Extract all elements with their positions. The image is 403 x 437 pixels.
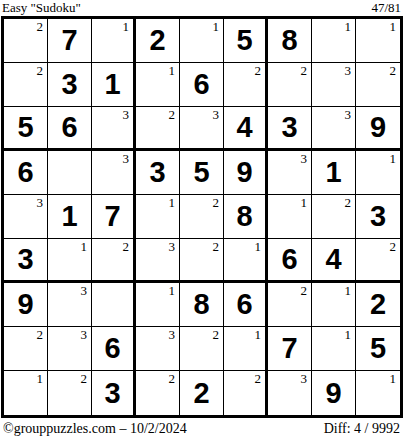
cell-r8c2[interactable]: 3: [48, 327, 92, 371]
cell-r9c6[interactable]: 2: [224, 371, 268, 415]
cell-r4c4[interactable]: 3: [136, 151, 180, 195]
cell-r2c8[interactable]: 3: [312, 63, 356, 107]
cell-r7c8[interactable]: 1: [312, 283, 356, 327]
pencil-mark: 1: [213, 19, 220, 34]
given-digit: 5: [370, 334, 386, 363]
given-digit: 1: [104, 70, 120, 99]
pencil-mark: 2: [169, 107, 176, 122]
pencil-mark: 3: [301, 151, 308, 166]
given-digit: 9: [370, 113, 386, 142]
given-digit: 2: [193, 379, 209, 408]
given-digit: 8: [236, 202, 252, 231]
cell-r3c9[interactable]: 9: [356, 107, 400, 151]
pencil-mark: 2: [123, 239, 130, 254]
given-digit: 3: [17, 245, 33, 274]
given-digit: 3: [149, 158, 165, 187]
cell-r1c2[interactable]: 7: [48, 19, 92, 63]
cell-r4c5[interactable]: 5: [180, 151, 224, 195]
cell-r8c8[interactable]: 1: [312, 327, 356, 371]
given-digit: 6: [61, 113, 77, 142]
pencil-mark: 1: [169, 283, 176, 298]
cell-r3c7[interactable]: 3: [268, 107, 312, 151]
pencil-mark: 2: [169, 371, 176, 386]
remaining-counter: 47/81: [371, 1, 401, 15]
given-digit: 5: [193, 158, 209, 187]
cell-r6c6[interactable]: 1: [224, 239, 268, 283]
pencil-mark: 2: [301, 63, 308, 78]
pencil-mark: 1: [301, 195, 308, 210]
cell-r8c3[interactable]: 6: [92, 327, 136, 371]
cell-r2c6[interactable]: 2: [224, 63, 268, 107]
copyright-date: ©grouppuzzles.com – 10/2/2024: [3, 421, 187, 436]
cell-r6c3[interactable]: 2: [92, 239, 136, 283]
pencil-mark: 2: [390, 63, 397, 78]
pencil-mark: 3: [169, 327, 176, 342]
pencil-mark: 3: [345, 63, 352, 78]
given-digit: 9: [236, 158, 252, 187]
header: Easy "Sudoku" 47/81: [0, 0, 403, 16]
pencil-mark: 2: [390, 239, 397, 254]
sudoku-board: 2712158112311622325632343396335931131712…: [1, 16, 403, 418]
given-digit: 9: [17, 290, 33, 319]
given-digit: 2: [149, 26, 165, 55]
cell-r3c8[interactable]: 3: [312, 107, 356, 151]
cell-r6c7[interactable]: 6: [268, 239, 312, 283]
cell-r7c2[interactable]: 3: [48, 283, 92, 327]
given-digit: 6: [104, 334, 120, 363]
pencil-mark: 1: [345, 327, 352, 342]
cell-r6c1[interactable]: 3: [4, 239, 48, 283]
pencil-mark: 2: [213, 239, 220, 254]
given-digit: 9: [325, 379, 341, 408]
pencil-mark: 1: [345, 283, 352, 298]
pencil-mark: 3: [301, 371, 308, 386]
difficulty-label: Diff: 4 / 9992: [324, 421, 400, 436]
cell-r5c1[interactable]: 3: [4, 195, 48, 239]
cell-r5c3[interactable]: 7: [92, 195, 136, 239]
cell-r6c2[interactable]: 1: [48, 239, 92, 283]
pencil-mark: 2: [37, 19, 44, 34]
cell-r1c3[interactable]: 1: [92, 19, 136, 63]
pencil-mark: 1: [390, 19, 397, 34]
cell-r5c2[interactable]: 1: [48, 195, 92, 239]
given-digit: 4: [325, 245, 341, 274]
cell-r6c4[interactable]: 3: [136, 239, 180, 283]
pencil-mark: 3: [81, 283, 88, 298]
pencil-mark: 1: [255, 327, 262, 342]
cell-r1c9[interactable]: 1: [356, 19, 400, 63]
cell-r7c1[interactable]: 9: [4, 283, 48, 327]
pencil-mark: 1: [169, 195, 176, 210]
cell-r9c7[interactable]: 3: [268, 371, 312, 415]
cell-r4c3[interactable]: 3: [92, 151, 136, 195]
given-digit: 2: [370, 290, 386, 319]
cell-r4c2[interactable]: [48, 151, 92, 195]
pencil-mark: 1: [390, 371, 397, 386]
cell-r2c5[interactable]: 6: [180, 63, 224, 107]
cell-r4c7[interactable]: 3: [268, 151, 312, 195]
cell-r3c4[interactable]: 2: [136, 107, 180, 151]
cell-r6c5[interactable]: 2: [180, 239, 224, 283]
cell-r4c9[interactable]: 1: [356, 151, 400, 195]
given-digit: 6: [236, 290, 252, 319]
given-digit: 7: [61, 26, 77, 55]
pencil-mark: 2: [213, 195, 220, 210]
cell-r3c2[interactable]: 6: [48, 107, 92, 151]
cell-r9c3[interactable]: 3: [92, 371, 136, 415]
puzzle-title: Easy "Sudoku": [2, 1, 81, 15]
pencil-mark: 3: [123, 107, 130, 122]
pencil-mark: 2: [301, 283, 308, 298]
cell-r7c5[interactable]: 8: [180, 283, 224, 327]
pencil-mark: 1: [123, 19, 130, 34]
cell-r5c5[interactable]: 2: [180, 195, 224, 239]
cell-r3c1[interactable]: 5: [4, 107, 48, 151]
cell-r2c2[interactable]: 3: [48, 63, 92, 107]
cell-r7c4[interactable]: 1: [136, 283, 180, 327]
cell-r1c8[interactable]: 1: [312, 19, 356, 63]
cell-r9c8[interactable]: 9: [312, 371, 356, 415]
cell-r9c2[interactable]: 2: [48, 371, 92, 415]
cell-r8c4[interactable]: 3: [136, 327, 180, 371]
cell-r9c1[interactable]: 1: [4, 371, 48, 415]
given-digit: 8: [193, 290, 209, 319]
given-digit: 5: [17, 113, 33, 142]
pencil-mark: 1: [169, 63, 176, 78]
cell-r5c4[interactable]: 1: [136, 195, 180, 239]
cell-r8c7[interactable]: 7: [268, 327, 312, 371]
cell-r1c6[interactable]: 5: [224, 19, 268, 63]
given-digit: 7: [104, 202, 120, 231]
given-digit: 6: [281, 245, 297, 274]
pencil-mark: 1: [37, 371, 44, 386]
pencil-mark: 2: [81, 371, 88, 386]
pencil-mark: 1: [345, 19, 352, 34]
given-digit: 4: [236, 113, 252, 142]
given-digit: 5: [236, 26, 252, 55]
cell-r5c9[interactable]: 3: [356, 195, 400, 239]
pencil-mark: 1: [255, 239, 262, 254]
footer: ©grouppuzzles.com – 10/2/2024 Diff: 4 / …: [0, 418, 403, 436]
cell-r3c5[interactable]: 3: [180, 107, 224, 151]
cell-r2c9[interactable]: 2: [356, 63, 400, 107]
given-digit: 6: [193, 70, 209, 99]
pencil-mark: 3: [169, 239, 176, 254]
pencil-mark: 2: [255, 63, 262, 78]
cell-r2c1[interactable]: 2: [4, 63, 48, 107]
cell-r1c4[interactable]: 2: [136, 19, 180, 63]
pencil-mark: 1: [390, 151, 397, 166]
cell-r8c5[interactable]: 2: [180, 327, 224, 371]
cell-r7c9[interactable]: 2: [356, 283, 400, 327]
cell-r1c7[interactable]: 8: [268, 19, 312, 63]
cell-r2c7[interactable]: 2: [268, 63, 312, 107]
given-digit: 6: [17, 158, 33, 187]
given-digit: 3: [370, 202, 386, 231]
given-digit: 3: [104, 379, 120, 408]
cell-r3c3[interactable]: 3: [92, 107, 136, 151]
cell-r7c6[interactable]: 6: [224, 283, 268, 327]
pencil-mark: 3: [123, 151, 130, 166]
cell-r1c1[interactable]: 2: [4, 19, 48, 63]
cell-r4c1[interactable]: 6: [4, 151, 48, 195]
cell-r4c6[interactable]: 9: [224, 151, 268, 195]
given-digit: 3: [61, 70, 77, 99]
pencil-mark: 3: [345, 107, 352, 122]
pencil-mark: 1: [81, 239, 88, 254]
pencil-mark: 3: [213, 107, 220, 122]
pencil-mark: 2: [345, 195, 352, 210]
cell-r3c6[interactable]: 4: [224, 107, 268, 151]
cell-r5c6[interactable]: 8: [224, 195, 268, 239]
given-digit: 3: [281, 113, 297, 142]
cell-r7c3[interactable]: [92, 283, 136, 327]
pencil-mark: 2: [213, 327, 220, 342]
cell-r8c9[interactable]: 5: [356, 327, 400, 371]
cell-r2c3[interactable]: 1: [92, 63, 136, 107]
given-digit: 1: [325, 158, 341, 187]
pencil-mark: 2: [37, 327, 44, 342]
pencil-mark: 2: [255, 371, 262, 386]
given-digit: 8: [281, 26, 297, 55]
cell-r8c6[interactable]: 1: [224, 327, 268, 371]
cell-r9c4[interactable]: 2: [136, 371, 180, 415]
cell-r6c8[interactable]: 4: [312, 239, 356, 283]
cell-r8c1[interactable]: 2: [4, 327, 48, 371]
pencil-mark: 2: [37, 63, 44, 78]
cell-r4c8[interactable]: 1: [312, 151, 356, 195]
cell-r1c5[interactable]: 1: [180, 19, 224, 63]
given-digit: 7: [281, 334, 297, 363]
cell-r5c7[interactable]: 1: [268, 195, 312, 239]
cell-r5c8[interactable]: 2: [312, 195, 356, 239]
pencil-mark: 3: [81, 327, 88, 342]
cell-r9c5[interactable]: 2: [180, 371, 224, 415]
given-digit: 1: [61, 202, 77, 231]
pencil-mark: 3: [37, 195, 44, 210]
cell-r6c9[interactable]: 2: [356, 239, 400, 283]
cell-r9c9[interactable]: 1: [356, 371, 400, 415]
cell-r2c4[interactable]: 1: [136, 63, 180, 107]
cell-r7c7[interactable]: 2: [268, 283, 312, 327]
